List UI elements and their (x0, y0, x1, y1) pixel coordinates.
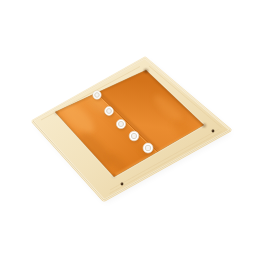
button-disc (129, 131, 139, 141)
corner-shadow (55, 112, 58, 115)
corner-shadow (144, 69, 148, 73)
button-hole (107, 111, 108, 112)
button-hole (98, 95, 99, 96)
button-hole (109, 112, 110, 113)
button-hole (134, 134, 135, 135)
button-disc (116, 119, 125, 128)
button-hole (97, 93, 98, 94)
button-disc (105, 107, 114, 116)
button-hole (110, 111, 111, 112)
button-hole (119, 124, 120, 125)
button-hole (109, 109, 110, 110)
product-photo (0, 0, 260, 260)
screw (212, 130, 215, 133)
button-hole (97, 96, 98, 97)
button-hole (135, 136, 136, 137)
button-hole (121, 122, 122, 123)
button-hole (149, 148, 150, 149)
button-disc (143, 143, 153, 153)
screw (121, 183, 124, 186)
corner-shadow (113, 175, 116, 178)
button-hole (134, 137, 135, 138)
corner-shadow (202, 124, 206, 128)
montessori-frame-photo (0, 0, 260, 260)
button-hole (148, 146, 149, 147)
button-hole (132, 136, 133, 137)
button-hole (146, 148, 147, 149)
button-disc (93, 91, 101, 99)
button-hole (121, 125, 122, 126)
button-hole (148, 149, 149, 150)
button-hole (122, 124, 123, 125)
button-hole (95, 95, 96, 96)
